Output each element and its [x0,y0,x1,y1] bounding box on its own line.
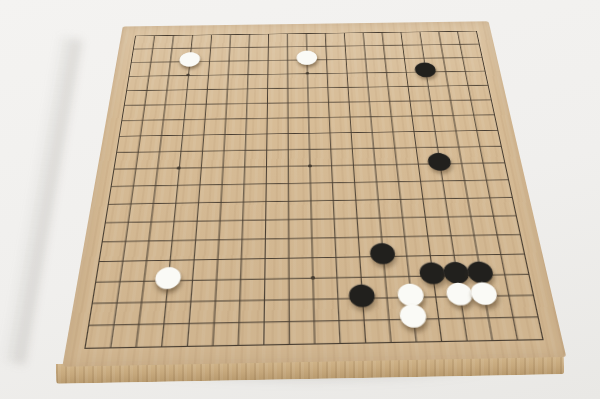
star-point [310,276,315,280]
star-point [307,164,311,167]
stone-black-pp: ● [437,256,474,285]
star-point [186,74,190,77]
star-point [165,278,170,282]
stone-white-nr: ● [394,298,432,329]
stone-black-op: ● [414,257,451,286]
stone-black-qp: ● [461,256,499,285]
stone-black-lq: ● [344,278,380,308]
stone-white-jc: ● [293,47,320,66]
stone-black-mo: ● [365,238,400,266]
star-point [177,166,181,169]
stone-white-dc: ● [175,49,204,68]
stone-white-nq: ● [392,277,429,307]
photo-scene: ●●●●●●●●●●●●●● [0,0,600,399]
grid-lines: ●●●●●●●●●●●●●● [84,31,543,349]
stone-black-pd: ● [410,59,440,79]
board-surface: ●●●●●●●●●●●●●● [62,21,566,366]
star-point [305,72,309,75]
board-left-shadow [0,35,82,365]
star-point [454,273,459,277]
stone-black-pj: ● [422,148,455,172]
stone-white-pq: ● [440,277,478,307]
star-point [423,70,427,73]
stone-white-dp: ● [150,261,186,290]
star-point [437,162,441,165]
go-board: ●●●●●●●●●●●●●● [62,21,566,366]
stone-white-qq: ● [464,276,503,306]
